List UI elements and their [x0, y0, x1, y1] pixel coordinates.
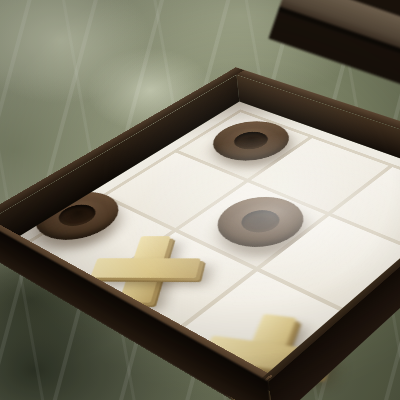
tictactoe-board [0, 102, 400, 400]
tray-scene [0, 0, 400, 400]
photo-scene [0, 0, 400, 400]
